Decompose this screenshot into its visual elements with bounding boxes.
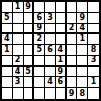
cell-r3c9[interactable] <box>88 24 99 35</box>
cell-r2c8: 9 <box>77 13 88 24</box>
cell-r8c8[interactable] <box>77 77 88 88</box>
cell-r1c3: 9 <box>24 2 35 13</box>
cell-r4c1: 4 <box>2 34 13 45</box>
cell-r8c7[interactable] <box>67 77 78 88</box>
cell-r7c8[interactable] <box>77 67 88 78</box>
cell-r4c6[interactable] <box>56 34 67 45</box>
cell-r1c8[interactable] <box>77 2 88 13</box>
cell-r3c5[interactable] <box>45 24 56 35</box>
cell-r9c3[interactable] <box>24 88 35 99</box>
cell-r7c7[interactable] <box>67 67 78 78</box>
cell-r8c9: 1 <box>88 77 99 88</box>
cell-r7c5[interactable] <box>45 67 56 78</box>
cell-r1c7[interactable] <box>67 2 78 13</box>
cell-r6c8[interactable] <box>77 56 88 67</box>
cell-r1c9[interactable] <box>88 2 99 13</box>
cell-r4c8: 1 <box>77 34 88 45</box>
cell-r5c6: 4 <box>56 45 67 56</box>
cell-r6c9: 3 <box>88 56 99 67</box>
cell-r7c9[interactable] <box>88 67 99 78</box>
cell-r3c7: 2 <box>67 24 78 35</box>
cell-r5c3[interactable] <box>24 45 35 56</box>
cell-r9c7: 9 <box>67 88 78 99</box>
cell-r2c2[interactable] <box>13 13 24 24</box>
cell-r4c2[interactable] <box>13 34 24 45</box>
cell-r5c8[interactable] <box>77 45 88 56</box>
cell-r1c5[interactable] <box>45 2 56 13</box>
cell-r6c6: 1 <box>56 56 67 67</box>
cell-r9c6[interactable] <box>56 88 67 99</box>
cell-r6c5[interactable] <box>45 56 56 67</box>
cell-r6c4[interactable] <box>34 56 45 67</box>
cell-r2c1: 5 <box>2 13 13 24</box>
cell-r5c7[interactable] <box>67 45 78 56</box>
cell-r4c5[interactable] <box>45 34 56 45</box>
cell-r2c5: 3 <box>45 13 56 24</box>
cell-r5c4: 5 <box>34 45 45 56</box>
cell-r9c2[interactable] <box>13 88 24 99</box>
cell-r1c1[interactable] <box>2 2 13 13</box>
cell-r7c2: 4 <box>13 67 24 78</box>
cell-r3c1[interactable] <box>2 24 13 35</box>
cell-r5c1: 1 <box>2 45 13 56</box>
cell-r4c3[interactable] <box>24 34 35 45</box>
cell-r5c9: 8 <box>88 45 99 56</box>
cell-r3c2[interactable] <box>13 24 24 35</box>
cell-r7c3: 5 <box>24 67 35 78</box>
cell-r2c3[interactable] <box>24 13 35 24</box>
cell-r2c7[interactable] <box>67 13 78 24</box>
cell-r2c4: 6 <box>34 13 45 24</box>
cell-r1c4[interactable] <box>34 2 45 13</box>
cell-r7c6: 9 <box>56 67 67 78</box>
cell-r9c8: 8 <box>77 88 88 99</box>
cell-r9c1[interactable] <box>2 88 13 99</box>
cell-r2c6[interactable] <box>56 13 67 24</box>
cell-r8c3[interactable] <box>24 77 35 88</box>
cell-r3c3[interactable] <box>24 24 35 35</box>
cell-r7c1[interactable] <box>2 67 13 78</box>
cell-r6c1[interactable] <box>2 56 13 67</box>
cell-r3c4: 9 <box>34 24 45 35</box>
cell-r9c4[interactable] <box>34 88 45 99</box>
sudoku-board: 19563992442115648213459346198 <box>0 0 101 101</box>
cell-r1c2: 1 <box>13 2 24 13</box>
cell-r8c5: 4 <box>45 77 56 88</box>
cell-r5c2[interactable] <box>13 45 24 56</box>
cell-r9c9[interactable] <box>88 88 99 99</box>
cell-r9c5[interactable] <box>45 88 56 99</box>
cell-r8c6: 6 <box>56 77 67 88</box>
cell-r8c4[interactable] <box>34 77 45 88</box>
cell-r3c6[interactable] <box>56 24 67 35</box>
cell-r8c1[interactable] <box>2 77 13 88</box>
cell-r3c8: 4 <box>77 24 88 35</box>
cell-r6c3[interactable] <box>24 56 35 67</box>
cell-r6c7[interactable] <box>67 56 78 67</box>
cell-r4c4: 2 <box>34 34 45 45</box>
cell-r8c2: 3 <box>13 77 24 88</box>
cell-r2c9[interactable] <box>88 13 99 24</box>
cell-r6c2: 2 <box>13 56 24 67</box>
cell-r4c7[interactable] <box>67 34 78 45</box>
cell-r4c9[interactable] <box>88 34 99 45</box>
cell-r1c6[interactable] <box>56 2 67 13</box>
cell-r5c5: 6 <box>45 45 56 56</box>
cell-r7c4[interactable] <box>34 67 45 78</box>
